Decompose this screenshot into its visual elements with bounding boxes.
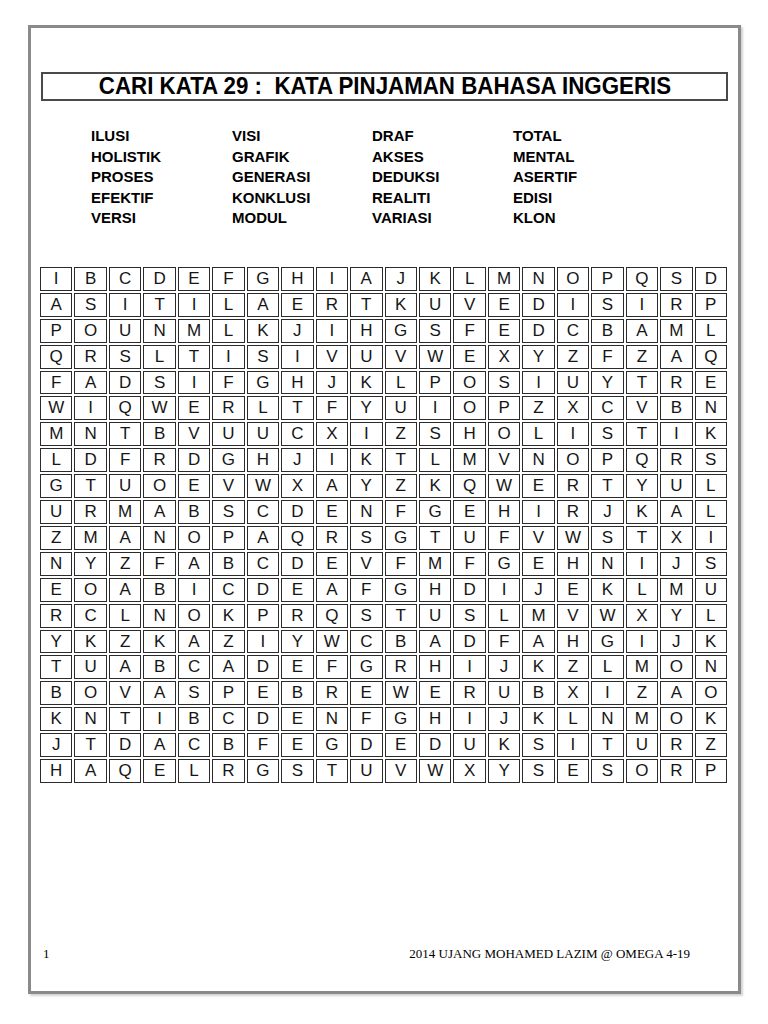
grid-cell-r10c16: R	[557, 500, 589, 524]
grid-cell-r4c10: U	[350, 345, 382, 369]
grid-cell-r12c16: H	[557, 552, 589, 576]
grid-cell-r2c9: R	[316, 293, 348, 317]
grid-cell-r5c3: D	[109, 371, 141, 395]
grid-cell-r3c17: B	[591, 319, 623, 343]
grid-cell-r7c6: U	[212, 422, 244, 446]
grid-cell-r5c9: J	[316, 371, 348, 395]
grid-cell-r10c6: S	[212, 500, 244, 524]
grid-cell-r4c11: V	[385, 345, 417, 369]
grid-cell-r20c6: R	[212, 759, 244, 783]
grid-cell-r20c18: O	[626, 759, 658, 783]
grid-cell-r7c3: T	[109, 422, 141, 446]
grid-cell-r15c20: K	[695, 630, 727, 654]
grid-cell-r12c3: Z	[109, 552, 141, 576]
grid-cell-r3c13: F	[453, 319, 485, 343]
grid-cell-r20c3: Q	[109, 759, 141, 783]
grid-cell-r17c6: P	[212, 681, 244, 705]
grid-cell-r12c2: Y	[74, 552, 106, 576]
grid-cell-r1c15: N	[522, 267, 554, 291]
grid-cell-r7c8: C	[281, 422, 313, 446]
grid-cell-r7c1: M	[40, 422, 72, 446]
title-box: CARI KATA 29 : KATA PINJAMAN BAHASA INGG…	[41, 72, 728, 101]
grid-cell-r11c4: N	[143, 526, 175, 550]
grid-cell-r14c8: R	[281, 604, 313, 628]
word-proses: PROSES	[91, 167, 161, 188]
grid-cell-r7c14: O	[488, 422, 520, 446]
grid-cell-r8c14: V	[488, 448, 520, 472]
grid-cell-r9c9: A	[316, 474, 348, 498]
word-konklusi: KONKLUSI	[232, 188, 310, 209]
grid-cell-r11c7: A	[247, 526, 279, 550]
grid-cell-r7c19: I	[660, 422, 692, 446]
grid-cell-r5c10: K	[350, 371, 382, 395]
grid-cell-r7c20: K	[695, 422, 727, 446]
grid-cell-r20c5: L	[178, 759, 210, 783]
grid-cell-r9c17: T	[591, 474, 623, 498]
grid-cell-r13c18: L	[626, 578, 658, 602]
grid-cell-r1c19: S	[660, 267, 692, 291]
word-list-column-2: VISIGRAFIKGENERASIKONKLUSIMODUL	[232, 126, 310, 229]
grid-cell-r17c11: W	[385, 681, 417, 705]
grid-cell-r2c16: I	[557, 293, 589, 317]
grid-cell-r19c12: D	[419, 733, 451, 757]
grid-cell-r1c5: E	[178, 267, 210, 291]
grid-cell-r4c2: R	[74, 345, 106, 369]
grid-cell-r8c8: J	[281, 448, 313, 472]
grid-cell-r1c16: O	[557, 267, 589, 291]
grid-cell-r7c13: H	[453, 422, 485, 446]
grid-cell-r8c6: G	[212, 448, 244, 472]
grid-cell-r12c10: V	[350, 552, 382, 576]
grid-cell-r13c17: K	[591, 578, 623, 602]
grid-cell-r15c18: I	[626, 630, 658, 654]
grid-cell-r4c14: X	[488, 345, 520, 369]
grid-cell-r5c6: F	[212, 371, 244, 395]
grid-cell-r20c19: R	[660, 759, 692, 783]
worksheet-page: CARI KATA 29 : KATA PINJAMAN BAHASA INGG…	[28, 25, 741, 994]
grid-cell-r15c19: J	[660, 630, 692, 654]
grid-cell-r20c17: S	[591, 759, 623, 783]
grid-cell-r14c3: L	[109, 604, 141, 628]
grid-cell-r2c5: I	[178, 293, 210, 317]
word-visi: VISI	[232, 126, 310, 147]
word-list: ILUSIHOLISTIKPROSESEFEKTIFVERSIVISIGRAFI…	[31, 126, 738, 232]
grid-cell-r9c3: U	[109, 474, 141, 498]
grid-cell-r9c5: E	[178, 474, 210, 498]
grid-cell-r8c9: I	[316, 448, 348, 472]
grid-cell-r4c7: S	[247, 345, 279, 369]
word-mental: MENTAL	[513, 147, 577, 168]
grid-cell-r2c12: U	[419, 293, 451, 317]
grid-cell-r1c17: P	[591, 267, 623, 291]
grid-cell-r19c2: T	[74, 733, 106, 757]
grid-cell-r12c12: M	[419, 552, 451, 576]
grid-cell-r12c8: D	[281, 552, 313, 576]
grid-cell-r17c7: E	[247, 681, 279, 705]
grid-cell-r18c9: N	[316, 707, 348, 731]
grid-cell-r12c13: F	[453, 552, 485, 576]
grid-cell-r4c6: I	[212, 345, 244, 369]
grid-cell-r13c10: F	[350, 578, 382, 602]
grid-cell-r15c17: G	[591, 630, 623, 654]
grid-cell-r6c1: W	[40, 396, 72, 420]
grid-cell-r2c20: P	[695, 293, 727, 317]
grid-cell-r2c14: E	[488, 293, 520, 317]
grid-cell-r13c15: J	[522, 578, 554, 602]
grid-cell-r9c7: W	[247, 474, 279, 498]
grid-cell-r14c20: L	[695, 604, 727, 628]
grid-cell-r9c6: V	[212, 474, 244, 498]
grid-cell-r3c9: I	[316, 319, 348, 343]
grid-cell-r6c3: Q	[109, 396, 141, 420]
grid-cell-r19c14: K	[488, 733, 520, 757]
grid-cell-r1c6: F	[212, 267, 244, 291]
grid-cell-r5c5: I	[178, 371, 210, 395]
grid-cell-r15c3: Z	[109, 630, 141, 654]
grid-cell-r19c3: D	[109, 733, 141, 757]
grid-cell-r17c9: R	[316, 681, 348, 705]
grid-cell-r18c19: O	[660, 707, 692, 731]
grid-cell-r18c6: C	[212, 707, 244, 731]
page-footer: 1 2014 UJANG MOHAMED LAZIM @ OMEGA 4-19	[43, 946, 690, 962]
grid-cell-r8c19: R	[660, 448, 692, 472]
grid-cell-r5c11: L	[385, 371, 417, 395]
grid-cell-r14c15: M	[522, 604, 554, 628]
grid-cell-r11c2: M	[74, 526, 106, 550]
grid-cell-r6c16: X	[557, 396, 589, 420]
grid-cell-r9c11: Z	[385, 474, 417, 498]
grid-cell-r5c1: F	[40, 371, 72, 395]
grid-cell-r3c16: C	[557, 319, 589, 343]
grid-cell-r9c1: G	[40, 474, 72, 498]
grid-cell-r6c14: P	[488, 396, 520, 420]
grid-cell-r1c18: Q	[626, 267, 658, 291]
grid-cell-r17c3: V	[109, 681, 141, 705]
grid-cell-r2c11: K	[385, 293, 417, 317]
grid-cell-r12c14: G	[488, 552, 520, 576]
grid-cell-r2c6: L	[212, 293, 244, 317]
grid-cell-r10c8: D	[281, 500, 313, 524]
grid-cell-r6c15: Z	[522, 396, 554, 420]
grid-cell-r18c13: I	[453, 707, 485, 731]
grid-cell-r6c2: I	[74, 396, 106, 420]
grid-cell-r18c1: K	[40, 707, 72, 731]
grid-cell-r8c11: T	[385, 448, 417, 472]
grid-cell-r5c18: T	[626, 371, 658, 395]
word-draf: DRAF	[372, 126, 440, 147]
grid-cell-r10c18: K	[626, 500, 658, 524]
grid-cell-r8c4: R	[143, 448, 175, 472]
word-deduksi: DEDUKSI	[372, 167, 440, 188]
grid-cell-r7c9: X	[316, 422, 348, 446]
grid-cell-r6c9: F	[316, 396, 348, 420]
grid-cell-r5c20: E	[695, 371, 727, 395]
grid-cell-r20c9: T	[316, 759, 348, 783]
grid-cell-r9c10: Y	[350, 474, 382, 498]
grid-cell-r11c9: R	[316, 526, 348, 550]
grid-cell-r16c11: R	[385, 655, 417, 679]
word-generasi: GENERASI	[232, 167, 310, 188]
grid-cell-r9c20: L	[695, 474, 727, 498]
grid-cell-r9c8: X	[281, 474, 313, 498]
grid-cell-r1c10: A	[350, 267, 382, 291]
grid-cell-r1c7: G	[247, 267, 279, 291]
grid-cell-r10c14: H	[488, 500, 520, 524]
grid-cell-r7c18: T	[626, 422, 658, 446]
grid-cell-r12c1: N	[40, 552, 72, 576]
grid-cell-r16c18: M	[626, 655, 658, 679]
grid-cell-r10c1: U	[40, 500, 72, 524]
grid-cell-r6c12: I	[419, 396, 451, 420]
grid-cell-r16c17: L	[591, 655, 623, 679]
grid-cell-r1c1: I	[40, 267, 72, 291]
grid-cell-r7c17: S	[591, 422, 623, 446]
grid-cell-r2c17: S	[591, 293, 623, 317]
grid-cell-r3c6: L	[212, 319, 244, 343]
grid-cell-r1c13: L	[453, 267, 485, 291]
grid-cell-r4c5: T	[178, 345, 210, 369]
grid-cell-r16c12: H	[419, 655, 451, 679]
grid-cell-r8c20: S	[695, 448, 727, 472]
grid-cell-r20c8: S	[281, 759, 313, 783]
grid-cell-r3c7: K	[247, 319, 279, 343]
grid-cell-r19c15: S	[522, 733, 554, 757]
grid-cell-r10c11: F	[385, 500, 417, 524]
grid-cell-r15c5: A	[178, 630, 210, 654]
grid-cell-r14c11: T	[385, 604, 417, 628]
grid-cell-r13c20: U	[695, 578, 727, 602]
grid-cell-r2c19: R	[660, 293, 692, 317]
grid-cell-r1c14: M	[488, 267, 520, 291]
grid-cell-r13c2: O	[74, 578, 106, 602]
grid-cell-r4c16: Z	[557, 345, 589, 369]
grid-cell-r7c15: L	[522, 422, 554, 446]
grid-cell-r3c8: J	[281, 319, 313, 343]
grid-cell-r20c20: P	[695, 759, 727, 783]
grid-cell-r12c4: F	[143, 552, 175, 576]
grid-cell-r7c7: U	[247, 422, 279, 446]
grid-cell-r5c13: O	[453, 371, 485, 395]
grid-cell-r2c13: V	[453, 293, 485, 317]
grid-cell-r18c18: M	[626, 707, 658, 731]
grid-cell-r4c15: Y	[522, 345, 554, 369]
grid-cell-r17c10: E	[350, 681, 382, 705]
grid-cell-r7c10: I	[350, 422, 382, 446]
grid-cell-r13c8: E	[281, 578, 313, 602]
grid-cell-r18c5: B	[178, 707, 210, 731]
grid-cell-r20c10: U	[350, 759, 382, 783]
grid-cell-r16c7: D	[247, 655, 279, 679]
grid-cell-r4c1: Q	[40, 345, 72, 369]
grid-cell-r13c5: I	[178, 578, 210, 602]
grid-cell-r5c8: H	[281, 371, 313, 395]
grid-cell-r2c3: I	[109, 293, 141, 317]
grid-cell-r20c1: H	[40, 759, 72, 783]
word-asertif: ASERTIF	[513, 167, 577, 188]
grid-cell-r18c7: D	[247, 707, 279, 731]
grid-cell-r18c3: T	[109, 707, 141, 731]
grid-cell-r11c3: A	[109, 526, 141, 550]
grid-cell-r18c11: G	[385, 707, 417, 731]
grid-cell-r20c15: S	[522, 759, 554, 783]
grid-cell-r17c17: I	[591, 681, 623, 705]
grid-cell-r19c17: T	[591, 733, 623, 757]
grid-cell-r3c5: M	[178, 319, 210, 343]
grid-cell-r3c19: M	[660, 319, 692, 343]
grid-cell-r12c20: S	[695, 552, 727, 576]
grid-cell-r16c10: G	[350, 655, 382, 679]
grid-cell-r13c4: B	[143, 578, 175, 602]
grid-cell-r14c14: L	[488, 604, 520, 628]
grid-cell-r12c19: J	[660, 552, 692, 576]
grid-cell-r2c2: S	[74, 293, 106, 317]
grid-cell-r13c16: E	[557, 578, 589, 602]
grid-cell-r11c14: F	[488, 526, 520, 550]
grid-cell-r3c14: E	[488, 319, 520, 343]
grid-cell-r16c5: C	[178, 655, 210, 679]
grid-cell-r4c4: L	[143, 345, 175, 369]
grid-cell-r18c10: F	[350, 707, 382, 731]
grid-cell-r19c18: U	[626, 733, 658, 757]
grid-cell-r12c7: C	[247, 552, 279, 576]
grid-cell-r11c16: W	[557, 526, 589, 550]
grid-cell-r15c1: Y	[40, 630, 72, 654]
grid-cell-r2c8: E	[281, 293, 313, 317]
grid-cell-r6c19: B	[660, 396, 692, 420]
grid-cell-r15c16: H	[557, 630, 589, 654]
grid-cell-r4c9: V	[316, 345, 348, 369]
grid-cell-r3c20: L	[695, 319, 727, 343]
grid-cell-r3c15: D	[522, 319, 554, 343]
word-variasi: VARIASI	[372, 208, 440, 229]
grid-cell-r20c12: W	[419, 759, 451, 783]
grid-cell-r3c4: N	[143, 319, 175, 343]
grid-cell-r13c19: M	[660, 578, 692, 602]
grid-cell-r6c13: O	[453, 396, 485, 420]
grid-cell-r1c12: K	[419, 267, 451, 291]
page-title: CARI KATA 29 : KATA PINJAMAN BAHASA INGG…	[98, 73, 670, 100]
grid-cell-r6c17: C	[591, 396, 623, 420]
page-number: 1	[43, 946, 50, 962]
grid-cell-r19c11: E	[385, 733, 417, 757]
grid-cell-r15c12: A	[419, 630, 451, 654]
word-versi: VERSI	[91, 208, 161, 229]
grid-cell-r11c11: G	[385, 526, 417, 550]
grid-cell-r14c2: C	[74, 604, 106, 628]
grid-cell-r16c3: A	[109, 655, 141, 679]
grid-cell-r10c7: C	[247, 500, 279, 524]
grid-cell-r18c14: J	[488, 707, 520, 731]
grid-cell-r16c1: T	[40, 655, 72, 679]
grid-cell-r18c15: K	[522, 707, 554, 731]
grid-cell-r2c10: T	[350, 293, 382, 317]
grid-cell-r14c19: Y	[660, 604, 692, 628]
grid-cell-r12c17: N	[591, 552, 623, 576]
grid-cell-r2c7: A	[247, 293, 279, 317]
grid-cell-r15c7: I	[247, 630, 279, 654]
grid-cell-r4c13: E	[453, 345, 485, 369]
grid-cell-r1c8: H	[281, 267, 313, 291]
grid-cell-r1c3: C	[109, 267, 141, 291]
grid-cell-r14c10: S	[350, 604, 382, 628]
grid-cell-r8c10: K	[350, 448, 382, 472]
grid-cell-r2c4: T	[143, 293, 175, 317]
grid-cell-r17c4: A	[143, 681, 175, 705]
grid-cell-r17c8: B	[281, 681, 313, 705]
grid-cell-r11c19: X	[660, 526, 692, 550]
grid-cell-r13c3: A	[109, 578, 141, 602]
grid-cell-r18c4: I	[143, 707, 175, 731]
grid-cell-r7c11: Z	[385, 422, 417, 446]
grid-cell-r2c1: A	[40, 293, 72, 317]
grid-cell-r4c3: S	[109, 345, 141, 369]
grid-cell-r10c13: E	[453, 500, 485, 524]
grid-cell-r20c7: G	[247, 759, 279, 783]
grid-cell-r14c6: K	[212, 604, 244, 628]
grid-cell-r14c4: N	[143, 604, 175, 628]
grid-cell-r12c15: E	[522, 552, 554, 576]
grid-cell-r18c2: N	[74, 707, 106, 731]
grid-cell-r10c3: M	[109, 500, 141, 524]
grid-cell-r3c10: H	[350, 319, 382, 343]
grid-cell-r16c14: J	[488, 655, 520, 679]
grid-cell-r19c10: D	[350, 733, 382, 757]
word-edisi: EDISI	[513, 188, 577, 209]
grid-cell-r18c12: H	[419, 707, 451, 731]
grid-cell-r17c20: O	[695, 681, 727, 705]
word-list-column-3: DRAFAKSESDEDUKSIREALITIVARIASI	[372, 126, 440, 229]
grid-cell-r17c15: B	[522, 681, 554, 705]
grid-cell-r8c2: D	[74, 448, 106, 472]
grid-cell-r16c15: K	[522, 655, 554, 679]
word-akses: AKSES	[372, 147, 440, 168]
grid-cell-r9c13: Q	[453, 474, 485, 498]
grid-cell-r16c19: O	[660, 655, 692, 679]
grid-cell-r10c17: J	[591, 500, 623, 524]
word-list-column-4: TOTALMENTALASERTIFEDISIKLON	[513, 126, 577, 229]
grid-cell-r20c11: V	[385, 759, 417, 783]
grid-cell-r13c6: C	[212, 578, 244, 602]
grid-cell-r4c17: F	[591, 345, 623, 369]
grid-cell-r8c16: O	[557, 448, 589, 472]
grid-cell-r9c2: T	[74, 474, 106, 498]
grid-cell-r5c7: G	[247, 371, 279, 395]
grid-cell-r8c12: L	[419, 448, 451, 472]
grid-cell-r9c18: Y	[626, 474, 658, 498]
grid-cell-r2c15: D	[522, 293, 554, 317]
grid-cell-r8c1: L	[40, 448, 72, 472]
grid-cell-r11c20: I	[695, 526, 727, 550]
grid-cell-r5c14: S	[488, 371, 520, 395]
grid-cell-r11c13: U	[453, 526, 485, 550]
grid-cell-r17c5: S	[178, 681, 210, 705]
grid-cell-r20c16: E	[557, 759, 589, 783]
grid-cell-r4c20: Q	[695, 345, 727, 369]
word-total: TOTAL	[513, 126, 577, 147]
grid-cell-r10c15: I	[522, 500, 554, 524]
word-search-grid: IBCDEFGHIAJKLMNOPQSDASITILAERTKUVEDISIRP…	[40, 267, 727, 783]
grid-cell-r6c18: V	[626, 396, 658, 420]
grid-cell-r6c10: Y	[350, 396, 382, 420]
grid-cell-r12c11: F	[385, 552, 417, 576]
grid-cell-r11c15: V	[522, 526, 554, 550]
grid-cell-r20c4: E	[143, 759, 175, 783]
grid-cell-r14c7: P	[247, 604, 279, 628]
grid-cell-r16c6: A	[212, 655, 244, 679]
word-holistik: HOLISTIK	[91, 147, 161, 168]
word-list-column-1: ILUSIHOLISTIKPROSESEFEKTIFVERSI	[91, 126, 161, 229]
grid-cell-r11c17: S	[591, 526, 623, 550]
